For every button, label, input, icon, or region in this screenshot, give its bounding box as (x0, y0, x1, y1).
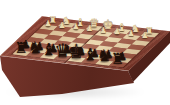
piece-black-bishop-f8: ♝ (83, 47, 98, 63)
piece-black-rook-a8: ♜ (14, 40, 27, 55)
piece-white-pawn-c2: ♟ (72, 24, 79, 32)
piece-white-pawn-e2: ♟ (100, 27, 107, 35)
piece-black-rook-h8: ♜ (111, 52, 124, 67)
piece-white-pawn-f2: ♟ (114, 29, 121, 37)
piece-white-pawn-d2: ♟ (86, 25, 93, 33)
piece-black-knight-g8: ♞ (97, 49, 111, 65)
pieces-layer: ♜♞♝♛♚♝♞♜♟♟♟♟♟♟♟♟♟♟♟♟♟♟♟♟♜♞♝♛♚♝♞♜ (0, 0, 170, 105)
piece-white-pawn-g2: ♟ (127, 30, 134, 38)
piece-white-pawn-b2: ♟ (58, 22, 65, 30)
piece-white-pawn-h2: ♟ (141, 32, 148, 40)
piece-white-pawn-a2: ♟ (45, 20, 52, 28)
piece-black-knight-b8: ♞ (28, 41, 42, 57)
